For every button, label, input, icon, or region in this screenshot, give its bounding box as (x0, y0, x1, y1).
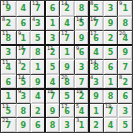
cell-r2c6[interactable]: 145 (74, 16, 89, 31)
cell-digit: 6 (122, 93, 128, 101)
cell-r9c8[interactable]: 4 (103, 117, 118, 132)
cell-r9c7[interactable]: 2 (88, 117, 103, 132)
cell-digit: 6 (50, 5, 56, 13)
cage-sum-label: 4 (32, 17, 35, 22)
cell-r8c7[interactable]: 1 (88, 103, 103, 118)
cell-r1c5[interactable]: 142 (59, 1, 74, 16)
cell-digit: 9 (93, 93, 99, 101)
cell-digit: 9 (122, 49, 128, 57)
cell-r2c2[interactable]: 6 (16, 16, 31, 31)
cell-r6c4[interactable]: 4 (45, 74, 60, 89)
cell-r4c8[interactable]: 5 (103, 45, 118, 60)
cell-r2c7[interactable]: 167 (88, 16, 103, 31)
cell-digit: 3 (50, 35, 56, 43)
cell-digit: 4 (79, 108, 85, 116)
cell-r5c6[interactable]: 3 (74, 59, 89, 74)
cell-digit: 3 (21, 93, 27, 101)
cage-sum-label: 19 (105, 104, 111, 109)
cell-r9c3[interactable]: 6 (30, 117, 45, 132)
cell-r6c2[interactable]: 145 (16, 74, 31, 89)
cage-sum-label: 9 (18, 31, 21, 36)
cell-r3c1[interactable]: 118 (1, 30, 16, 45)
cage-sum-label: 8 (2, 17, 5, 22)
cell-digit: 9 (5, 5, 11, 13)
cell-r1c6[interactable]: 8 (74, 1, 89, 16)
cage-sum-label: 8 (90, 1, 93, 6)
cell-r7c9[interactable]: 6 (117, 88, 132, 103)
cell-digit: 7 (122, 64, 128, 72)
cell-r7c3[interactable]: 4 (30, 88, 45, 103)
cell-digit: 1 (79, 122, 85, 130)
cell-r1c2[interactable]: 4 (16, 1, 31, 16)
cell-digit: 2 (108, 35, 114, 43)
cell-r5c3[interactable]: 1 (30, 59, 45, 74)
cell-r1c9[interactable]: 91 (117, 1, 132, 16)
cell-r1c7[interactable]: 85 (88, 1, 103, 16)
cell-r4c2[interactable]: 157 (16, 45, 31, 60)
cage-sum-label: 4 (90, 75, 93, 80)
cell-r6c8[interactable]: 1 (103, 74, 118, 89)
cell-digit: 8 (50, 122, 56, 130)
cage-sum-label: 14 (90, 60, 96, 65)
cell-digit: 6 (5, 79, 11, 87)
cell-r5c9[interactable]: 7 (117, 59, 132, 74)
cell-digit: 9 (108, 20, 114, 28)
cell-r1c1[interactable]: 139 (1, 1, 16, 16)
cell-digit: 1 (108, 79, 114, 87)
cell-digit: 9 (79, 35, 85, 43)
cell-digit: 9 (64, 64, 70, 72)
cell-digit: 1 (50, 20, 56, 28)
cell-digit: 2 (35, 108, 41, 116)
cell-digit: 3 (108, 5, 114, 13)
cage-sum-label: 3 (18, 60, 21, 65)
cell-digit: 5 (122, 122, 128, 130)
cell-digit: 5 (50, 64, 56, 72)
cell-r6c9[interactable]: 82 (117, 74, 132, 89)
cell-r7c2[interactable]: 93 (16, 88, 31, 103)
cell-r6c5[interactable]: 208 (59, 74, 74, 89)
cell-digit: 4 (50, 79, 56, 87)
cell-r2c5[interactable]: 4 (59, 16, 74, 31)
cell-r7c5[interactable]: 5 (59, 88, 74, 103)
cell-digit: 8 (93, 64, 99, 72)
cell-r8c1[interactable]: 135 (1, 103, 16, 118)
cell-digit: 2 (21, 64, 27, 72)
cell-digit: 2 (5, 20, 11, 28)
cell-r1c3[interactable]: 137 (30, 1, 45, 16)
cage-sum-label: 20 (119, 31, 125, 36)
cell-r8c6[interactable]: 54 (74, 103, 89, 118)
cell-r7c6[interactable]: 192 (74, 88, 89, 103)
cell-r4c7[interactable]: 4 (88, 45, 103, 60)
cage-sum-label: 9 (18, 89, 21, 94)
cell-r8c5[interactable]: 176 (59, 103, 74, 118)
cage-sum-label: 9 (119, 1, 122, 6)
cell-r5c4[interactable]: 5 (45, 59, 60, 74)
cell-r4c4[interactable]: 112 (45, 45, 60, 60)
cage-sum-label: 17 (61, 104, 67, 109)
cell-digit: 5 (108, 49, 114, 57)
cell-digit: 9 (35, 79, 41, 87)
cell-digit: 3 (64, 122, 70, 130)
cell-digit: 2 (79, 93, 85, 101)
cell-r9c6[interactable]: 31 (74, 117, 89, 132)
cell-r9c9[interactable]: 5 (117, 117, 132, 132)
cell-r5c8[interactable]: 6 (103, 59, 118, 74)
cell-r3c6[interactable]: 9 (74, 30, 89, 45)
cell-r2c8[interactable]: 9 (103, 16, 118, 31)
cage-sum-label: 14 (61, 1, 67, 6)
cell-r9c1[interactable]: 227 (1, 117, 16, 132)
cell-digit: 2 (122, 79, 128, 87)
cell-r4c3[interactable]: 8 (30, 45, 45, 60)
cage-sum-label: 19 (76, 89, 82, 94)
cell-digit: 8 (21, 108, 27, 116)
cell-r4c1[interactable]: 3 (1, 45, 16, 60)
cage-sum-label: 17 (61, 31, 67, 36)
cell-digit: 6 (35, 122, 41, 130)
cell-r7c1[interactable]: 1 (1, 88, 16, 103)
cell-r9c2[interactable]: 9 (16, 117, 31, 132)
cell-digit: 1 (35, 64, 41, 72)
cell-r5c2[interactable]: 32 (16, 59, 31, 74)
cell-r3c5[interactable]: 177 (59, 30, 74, 45)
cell-r5c1[interactable]: 114 (1, 59, 16, 74)
cell-digit: 8 (79, 5, 85, 13)
cage-sum-label: 16 (90, 17, 96, 22)
cell-digit: 5 (93, 5, 99, 13)
cell-digit: 4 (21, 5, 27, 13)
cell-r8c3[interactable]: 2 (30, 103, 45, 118)
cell-r6c3[interactable]: 9 (30, 74, 45, 89)
cell-digit: 8 (35, 49, 41, 57)
cell-r1c8[interactable]: 3 (103, 1, 118, 16)
cell-digit: 4 (5, 64, 11, 72)
cage-sum-label: 13 (2, 104, 8, 109)
cell-r8c4[interactable]: 9 (45, 103, 60, 118)
cell-r3c8[interactable]: 2 (103, 30, 118, 45)
cell-digit: 9 (50, 108, 56, 116)
cage-sum-label: 5 (76, 104, 79, 109)
cage-sum-label: 13 (2, 1, 8, 6)
cage-sum-label: 15 (18, 46, 24, 51)
cell-r7c8[interactable]: 8 (103, 88, 118, 103)
cell-r2c1[interactable]: 82 (1, 16, 16, 31)
cell-digit: 7 (50, 93, 56, 101)
cell-r8c8[interactable]: 197 (103, 103, 118, 118)
cage-sum-label: 11 (2, 31, 8, 36)
cage-sum-label: 14 (18, 75, 24, 80)
cell-digit: 8 (108, 93, 114, 101)
cell-digit: 4 (93, 49, 99, 57)
cell-digit: 4 (64, 20, 70, 28)
cell-r8c9[interactable]: 3 (117, 103, 132, 118)
cell-digit: 4 (35, 93, 41, 101)
cell-digit: 6 (108, 64, 114, 72)
cell-r3c3[interactable]: 5 (30, 30, 45, 45)
cage-sum-label: 14 (76, 17, 82, 22)
cell-r5c5[interactable]: 9 (59, 59, 74, 74)
cage-sum-label: 11 (47, 46, 53, 51)
cell-digit: 5 (64, 93, 70, 101)
cage-sum-label: 16 (47, 89, 53, 94)
cage-sum-label: 22 (2, 118, 8, 123)
cage-sum-label: 20 (61, 75, 67, 80)
cell-digit: 3 (5, 49, 11, 57)
cell-r4c6[interactable]: 96 (74, 45, 89, 60)
cell-digit: 8 (122, 20, 128, 28)
cell-digit: 9 (21, 122, 27, 130)
cell-r6c6[interactable]: 7 (74, 74, 89, 89)
cell-digit: 1 (5, 93, 11, 101)
cell-digit: 1 (122, 5, 128, 13)
cell-digit: 1 (64, 49, 70, 57)
cell-r3c2[interactable]: 91 (16, 30, 31, 45)
cell-digit: 7 (5, 122, 11, 130)
cage-sum-label: 13 (32, 1, 38, 6)
cage-sum-label: 9 (76, 46, 79, 51)
cell-r6c1[interactable]: 6 (1, 74, 16, 89)
cell-digit: 2 (64, 5, 70, 13)
cage-sum-label: 17 (90, 31, 96, 36)
cell-r9c4[interactable]: 8 (45, 117, 60, 132)
cell-digit: 7 (35, 5, 41, 13)
cell-r2c3[interactable]: 43 (30, 16, 45, 31)
cell-r2c9[interactable]: 8 (117, 16, 132, 31)
cell-r3c9[interactable]: 204 (117, 30, 132, 45)
cell-r2c4[interactable]: 1 (45, 16, 60, 31)
cell-r5c7[interactable]: 148 (88, 59, 103, 74)
cell-r8c2[interactable]: 8 (16, 103, 31, 118)
killer-sudoku-board: 1394137614288539182643141451679811891531… (0, 0, 133, 133)
cell-digit: 2 (93, 122, 99, 130)
cell-r7c4[interactable]: 167 (45, 88, 60, 103)
cell-digit: 5 (35, 35, 41, 43)
cell-digit: 4 (108, 122, 114, 130)
cell-digit: 6 (79, 49, 85, 57)
cage-sum-label: 3 (76, 118, 79, 123)
cell-r4c9[interactable]: 9 (117, 45, 132, 60)
cage-sum-label: 11 (2, 60, 8, 65)
cell-digit: 3 (35, 20, 41, 28)
cell-r4c5[interactable]: 1 (59, 45, 74, 60)
cell-r3c4[interactable]: 3 (45, 30, 60, 45)
cell-digit: 3 (79, 64, 85, 72)
cage-sum-label: 8 (119, 75, 122, 80)
cell-digit: 1 (93, 108, 99, 116)
cell-r6c7[interactable]: 43 (88, 74, 103, 89)
cell-r3c7[interactable]: 176 (88, 30, 103, 45)
cell-digit: 3 (93, 79, 99, 87)
cell-digit: 3 (122, 108, 128, 116)
cell-r9c5[interactable]: 3 (59, 117, 74, 132)
cell-r1c4[interactable]: 6 (45, 1, 60, 16)
cell-r7c7[interactable]: 9 (88, 88, 103, 103)
cell-digit: 7 (79, 79, 85, 87)
cell-digit: 6 (21, 20, 27, 28)
